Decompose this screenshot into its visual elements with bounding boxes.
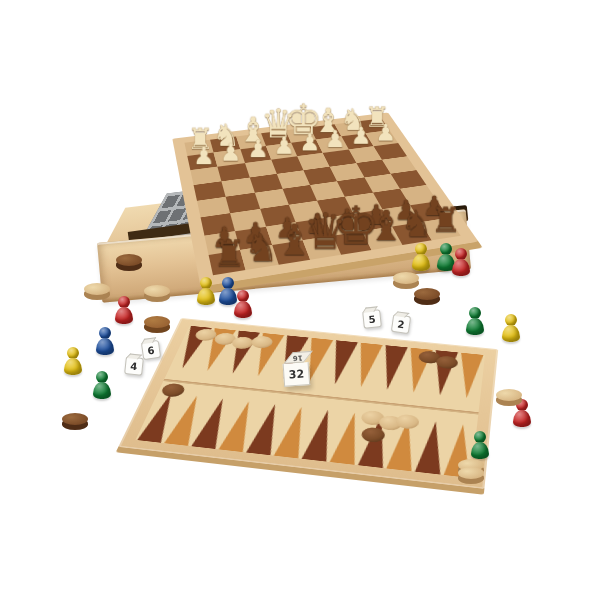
- checker-piece-mid: [144, 316, 170, 333]
- doubling-cube-top-value: 16: [293, 353, 303, 362]
- ludo-pawn-red: [233, 290, 253, 318]
- chess-piece-brown-knight: ♞: [245, 228, 279, 266]
- checker-top: [414, 288, 440, 300]
- doubling-cube-front-value: 32: [288, 367, 304, 381]
- chess-square: ♞: [240, 245, 278, 270]
- checker-piece-light: [496, 389, 522, 406]
- checker-top: [144, 316, 170, 328]
- chess-square: ♟: [266, 143, 297, 160]
- die-value: 6: [147, 344, 155, 356]
- chess-piece-brown-rook: ♜: [430, 203, 461, 237]
- chess-piece-white-pawn: ♟: [273, 134, 294, 158]
- chess-square: ♟: [214, 149, 245, 166]
- checker-top: [458, 467, 484, 479]
- die-6: 6: [141, 340, 161, 360]
- chess-square: [297, 153, 330, 170]
- pawn-body: [466, 318, 484, 335]
- backgammon-board: [118, 318, 498, 489]
- checker-top: [84, 283, 110, 295]
- chess-piece-brown-bishop: ♝: [275, 219, 313, 262]
- doubling-cube-front-face: 32: [283, 362, 311, 387]
- doubling-cube: 16 32: [282, 351, 310, 387]
- die-2: 2: [391, 314, 411, 334]
- die-4: 4: [124, 356, 144, 376]
- pawn-body: [471, 442, 489, 459]
- chess-piece-white-pawn: ♟: [350, 124, 371, 147]
- ludo-pawn-yellow: [501, 314, 521, 342]
- ludo-pawn-blue: [95, 327, 115, 355]
- pawn-body: [64, 358, 82, 375]
- ludo-pawn-yellow: [196, 277, 216, 305]
- pawn-body: [115, 307, 133, 324]
- checker-piece-dark: [116, 254, 142, 271]
- pawn-body: [502, 325, 520, 342]
- product-photo-scene: ♜♞♝♛♚♝♞♜♟♟♟♟♟♟♟♟♟♟♟♟♟♟♟♟♜♞♝♛♚♝♞♜ 16 32 6…: [0, 0, 600, 600]
- chess-piece-white-pawn: ♟: [220, 140, 242, 164]
- chess-piece-white-pawn: ♟: [193, 144, 215, 168]
- checker-piece-light: [84, 283, 110, 300]
- ludo-pawn-green: [92, 371, 112, 399]
- die-value: 4: [130, 360, 138, 372]
- chess-square: [390, 170, 426, 189]
- backgammon-point: [413, 420, 449, 475]
- pawn-body: [93, 382, 111, 399]
- chess-square: ♟: [240, 146, 271, 163]
- checker-top: [393, 272, 419, 284]
- backgammon-point: [374, 345, 409, 391]
- die-value: 2: [397, 318, 405, 330]
- chess-square: ♟: [187, 153, 217, 170]
- checker-piece-light: [393, 272, 419, 289]
- checker-piece-dark: [62, 413, 88, 430]
- chess-piece-brown-rook: ♜: [213, 236, 246, 272]
- chess-piece-white-pawn: ♟: [299, 130, 320, 153]
- chess-square: ♜: [209, 250, 246, 275]
- pawn-body: [412, 254, 430, 271]
- ludo-pawn-yellow: [63, 347, 83, 375]
- ludo-pawn-red: [114, 296, 134, 324]
- checker-top: [496, 389, 522, 401]
- checker-top: [116, 254, 142, 266]
- checker-top: [62, 413, 88, 425]
- chess-piece-white-pawn: ♟: [325, 127, 346, 150]
- checker-top: [144, 285, 170, 297]
- chess-piece-brown-knight: ♞: [400, 205, 433, 242]
- backgammon-points-bottom: [136, 392, 477, 478]
- die-5: 5: [362, 309, 382, 329]
- ludo-pawn-yellow: [411, 243, 431, 271]
- pawn-body: [96, 338, 114, 355]
- backgammon-field: [136, 326, 485, 478]
- chess-square: ♟: [341, 133, 373, 149]
- pawn-body: [513, 410, 531, 427]
- pawn-body: [197, 288, 215, 305]
- ludo-pawn-red: [451, 248, 471, 276]
- pawn-body: [234, 301, 252, 318]
- backgammon-point: [453, 353, 485, 400]
- ludo-pawn-green: [465, 307, 485, 335]
- checker-piece-light: [458, 467, 484, 484]
- chess-piece-white-pawn: ♟: [375, 121, 396, 144]
- checker-piece-light: [144, 285, 170, 302]
- die-value: 5: [368, 313, 376, 325]
- checker-piece-dark: [414, 288, 440, 305]
- pawn-body: [452, 259, 470, 276]
- ludo-pawn-green: [470, 431, 490, 459]
- chess-piece-white-pawn: ♟: [247, 137, 268, 161]
